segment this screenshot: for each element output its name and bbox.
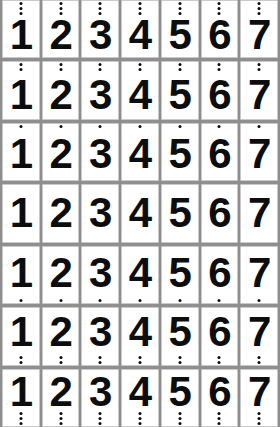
octave-grid: 1234567123456712345671234567123456712345… — [0, 0, 280, 427]
note-digit: 3 — [89, 311, 111, 353]
octave-dot — [178, 412, 181, 415]
note-card: 4 — [121, 369, 159, 427]
octave-dots-below — [218, 356, 221, 364]
note-digit: 2 — [49, 371, 71, 413]
note-digit: 1 — [10, 14, 32, 56]
note-card: 4 — [121, 61, 159, 119]
octave-dots-above — [19, 125, 22, 128]
note-card: 5 — [161, 123, 199, 181]
octave-dots-below — [99, 356, 102, 364]
note-card: 7 — [240, 246, 278, 304]
octave-dots-below — [258, 412, 261, 425]
note-digit: 7 — [248, 311, 270, 353]
note-digit: 5 — [169, 252, 191, 294]
octave-dot — [138, 361, 141, 364]
octave-dots-below — [59, 356, 62, 364]
octave-dot — [258, 63, 261, 66]
note-digit: 5 — [169, 311, 191, 353]
octave-dot — [19, 412, 22, 415]
octave-dots-below — [19, 412, 22, 425]
octave-dots-above — [99, 125, 102, 128]
note-digit: 3 — [89, 252, 111, 294]
note-digit: 4 — [129, 371, 151, 413]
octave-dots-below — [178, 356, 181, 364]
octave-dot — [178, 417, 181, 420]
note-digit: 5 — [169, 371, 191, 413]
octave-dot — [99, 417, 102, 420]
octave-dot — [138, 2, 141, 5]
note-digit: 6 — [208, 192, 230, 234]
octave-dot — [59, 125, 62, 128]
octave-dots-above — [138, 125, 141, 128]
note-card: 3 — [81, 246, 119, 304]
octave-dot — [258, 422, 261, 425]
note-digit: 7 — [248, 14, 270, 56]
octave-dot — [19, 299, 22, 302]
octave-dot — [59, 412, 62, 415]
note-digit: 1 — [10, 192, 32, 234]
note-card: 1 — [2, 0, 40, 58]
note-card: 4 — [121, 123, 159, 181]
octave-dots-below — [258, 299, 261, 302]
note-digit: 7 — [248, 252, 270, 294]
note-card: 3 — [81, 307, 119, 365]
octave-dots-below — [59, 299, 62, 302]
octave-dot — [218, 361, 221, 364]
note-card: 3 — [81, 0, 119, 58]
note-card: 7 — [240, 307, 278, 365]
note-card: 3 — [81, 369, 119, 427]
octave-dots-below — [19, 299, 22, 302]
octave-dot — [19, 2, 22, 5]
octave-dot — [138, 422, 141, 425]
note-digit: 2 — [49, 192, 71, 234]
note-card: 7 — [240, 61, 278, 119]
note-card: 2 — [42, 61, 80, 119]
octave-dots-below — [99, 299, 102, 302]
octave-dot — [59, 361, 62, 364]
note-card: 2 — [42, 0, 80, 58]
octave-dot — [19, 356, 22, 359]
octave-dot — [178, 7, 181, 10]
note-card: 2 — [42, 123, 80, 181]
note-card: 4 — [121, 246, 159, 304]
note-card: 7 — [240, 123, 278, 181]
note-digit: 1 — [10, 74, 32, 116]
note-card: 2 — [42, 369, 80, 427]
note-digit: 6 — [208, 311, 230, 353]
note-card: 5 — [161, 0, 199, 58]
note-card: 5 — [161, 61, 199, 119]
note-card: 2 — [42, 307, 80, 365]
note-card: 4 — [121, 307, 159, 365]
octave-dot — [178, 125, 181, 128]
note-digit: 7 — [248, 133, 270, 175]
octave-dot — [99, 361, 102, 364]
octave-dot — [99, 299, 102, 302]
octave-dot — [138, 356, 141, 359]
octave-dot — [99, 125, 102, 128]
note-digit: 4 — [129, 74, 151, 116]
octave-dots-below — [99, 412, 102, 425]
octave-dot — [258, 361, 261, 364]
note-digit: 1 — [10, 252, 32, 294]
octave-dot — [178, 2, 181, 5]
note-digit: 3 — [89, 74, 111, 116]
octave-dot — [218, 2, 221, 5]
octave-dot — [99, 422, 102, 425]
note-digit: 6 — [208, 14, 230, 56]
note-digit: 2 — [49, 311, 71, 353]
note-card: 3 — [81, 123, 119, 181]
octave-dots-below — [138, 356, 141, 364]
octave-dot — [218, 125, 221, 128]
note-digit: 1 — [10, 311, 32, 353]
note-card: 5 — [161, 369, 199, 427]
octave-dot — [178, 361, 181, 364]
octave-dot — [138, 417, 141, 420]
note-digit: 4 — [129, 192, 151, 234]
note-card: 6 — [201, 184, 239, 242]
note-card: 1 — [2, 369, 40, 427]
note-digit: 6 — [208, 371, 230, 413]
note-card: 2 — [42, 246, 80, 304]
note-digit: 4 — [129, 252, 151, 294]
octave-dot — [178, 63, 181, 66]
note-card: 2 — [42, 184, 80, 242]
note-digit: 7 — [248, 371, 270, 413]
octave-dot — [178, 356, 181, 359]
octave-dot — [258, 417, 261, 420]
note-card: 4 — [121, 184, 159, 242]
octave-dot — [99, 356, 102, 359]
octave-dot — [59, 422, 62, 425]
note-digit: 5 — [169, 74, 191, 116]
octave-dot — [258, 356, 261, 359]
octave-dot — [218, 7, 221, 10]
octave-dot — [218, 63, 221, 66]
note-card: 6 — [201, 123, 239, 181]
note-digit: 4 — [129, 14, 151, 56]
note-digit: 2 — [49, 74, 71, 116]
octave-dot — [59, 7, 62, 10]
note-digit: 6 — [208, 74, 230, 116]
note-card: 7 — [240, 184, 278, 242]
note-digit: 2 — [49, 14, 71, 56]
note-digit: 2 — [49, 252, 71, 294]
note-card: 1 — [2, 123, 40, 181]
note-digit: 4 — [129, 311, 151, 353]
note-card: 5 — [161, 184, 199, 242]
octave-dots-below — [138, 299, 141, 302]
octave-dot — [138, 7, 141, 10]
octave-dots-below — [59, 412, 62, 425]
octave-dot — [258, 125, 261, 128]
octave-dot — [218, 356, 221, 359]
note-card: 7 — [240, 0, 278, 58]
octave-dot — [59, 63, 62, 66]
note-digit: 1 — [10, 371, 32, 413]
octave-dot — [99, 63, 102, 66]
octave-dot — [138, 412, 141, 415]
octave-dot — [258, 2, 261, 5]
note-card: 1 — [2, 246, 40, 304]
octave-dot — [19, 417, 22, 420]
octave-dot — [138, 125, 141, 128]
octave-dot — [138, 299, 141, 302]
octave-dot — [218, 422, 221, 425]
octave-dot — [59, 417, 62, 420]
octave-dot — [19, 422, 22, 425]
note-digit: 3 — [89, 133, 111, 175]
octave-dots-below — [138, 412, 141, 425]
octave-dot — [258, 7, 261, 10]
octave-dots-below — [178, 299, 181, 302]
note-digit: 7 — [248, 192, 270, 234]
octave-dot — [59, 356, 62, 359]
octave-dot — [138, 63, 141, 66]
octave-dot — [178, 422, 181, 425]
note-card: 4 — [121, 0, 159, 58]
note-digit: 3 — [89, 14, 111, 56]
octave-dots-above — [218, 125, 221, 128]
note-card: 5 — [161, 246, 199, 304]
octave-dots-above — [258, 125, 261, 128]
note-card: 6 — [201, 61, 239, 119]
octave-dot — [19, 125, 22, 128]
octave-dots-above — [59, 125, 62, 128]
note-digit: 5 — [169, 133, 191, 175]
note-digit: 3 — [89, 371, 111, 413]
note-card: 6 — [201, 0, 239, 58]
note-card: 3 — [81, 184, 119, 242]
octave-dot — [19, 361, 22, 364]
note-card: 1 — [2, 184, 40, 242]
note-card: 1 — [2, 61, 40, 119]
octave-dot — [258, 299, 261, 302]
note-digit: 2 — [49, 133, 71, 175]
note-digit: 1 — [10, 133, 32, 175]
octave-dots-below — [178, 412, 181, 425]
octave-dots-above — [178, 125, 181, 128]
note-card: 5 — [161, 307, 199, 365]
octave-dots-below — [218, 412, 221, 425]
octave-dots-below — [258, 356, 261, 364]
octave-dot — [258, 412, 261, 415]
note-card: 6 — [201, 369, 239, 427]
note-card: 7 — [240, 369, 278, 427]
note-card: 3 — [81, 61, 119, 119]
octave-dots-below — [19, 356, 22, 364]
octave-dot — [218, 412, 221, 415]
octave-dot — [218, 299, 221, 302]
note-card: 1 — [2, 307, 40, 365]
octave-dots-below — [218, 299, 221, 302]
octave-dot — [59, 2, 62, 5]
note-digit: 6 — [208, 252, 230, 294]
octave-dot — [99, 7, 102, 10]
note-digit: 3 — [89, 192, 111, 234]
note-digit: 7 — [248, 74, 270, 116]
notation-sheet: 1234567123456712345671234567123456712345… — [0, 0, 280, 427]
note-digit: 5 — [169, 14, 191, 56]
octave-dot — [99, 412, 102, 415]
octave-dot — [19, 7, 22, 10]
note-digit: 5 — [169, 192, 191, 234]
octave-dot — [218, 417, 221, 420]
note-card: 6 — [201, 246, 239, 304]
octave-dot — [59, 299, 62, 302]
octave-dot — [178, 299, 181, 302]
octave-dot — [99, 2, 102, 5]
note-digit: 4 — [129, 133, 151, 175]
note-card: 6 — [201, 307, 239, 365]
octave-dot — [19, 63, 22, 66]
note-digit: 6 — [208, 133, 230, 175]
